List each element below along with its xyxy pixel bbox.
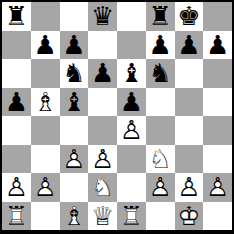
square-b7[interactable]: ♟ xyxy=(31,31,60,60)
square-a5[interactable]: ♟ xyxy=(2,88,31,117)
square-h3[interactable] xyxy=(203,145,232,174)
square-a2[interactable]: ♟♙ xyxy=(2,173,31,202)
square-e4[interactable]: ♟♙ xyxy=(117,116,146,145)
square-f8[interactable]: ♜ xyxy=(146,2,175,31)
square-c6[interactable]: ♞ xyxy=(60,59,89,88)
square-h6[interactable] xyxy=(203,59,232,88)
square-h7[interactable]: ♟ xyxy=(203,31,232,60)
square-h4[interactable] xyxy=(203,116,232,145)
square-g5[interactable] xyxy=(175,88,204,117)
square-b6[interactable] xyxy=(31,59,60,88)
white-pawn: ♙ xyxy=(175,173,204,202)
square-f3[interactable]: ♞♘ xyxy=(146,145,175,174)
square-g6[interactable] xyxy=(175,59,204,88)
square-f2[interactable]: ♟♙ xyxy=(146,173,175,202)
white-pawn: ♙ xyxy=(88,145,117,174)
square-b1[interactable] xyxy=(31,202,60,231)
black-pawn: ♟ xyxy=(31,31,60,60)
white-bishop: ♗ xyxy=(31,88,60,117)
square-d1[interactable]: ♛♕ xyxy=(88,202,117,231)
square-b2[interactable]: ♟♙ xyxy=(31,173,60,202)
square-c3[interactable]: ♟♙ xyxy=(60,145,89,174)
square-e1[interactable]: ♜♖ xyxy=(117,202,146,231)
square-g4[interactable] xyxy=(175,116,204,145)
black-pawn: ♟ xyxy=(117,88,146,117)
black-queen: ♛ xyxy=(88,2,117,31)
square-c2[interactable] xyxy=(60,173,89,202)
square-f5[interactable] xyxy=(146,88,175,117)
white-pawn: ♙ xyxy=(60,145,89,174)
square-f1[interactable] xyxy=(146,202,175,231)
white-knight: ♘ xyxy=(88,173,117,202)
chess-board: ♜♛♜♚♟♟♟♟♟♞♟♝♞♟♝♗♝♟♟♙♟♙♟♙♞♘♟♙♟♙♞♘♟♙♟♙♟♙♜♖… xyxy=(0,0,234,234)
white-pawn: ♙ xyxy=(117,116,146,145)
white-king: ♔ xyxy=(175,202,204,231)
square-c1[interactable]: ♝♗ xyxy=(60,202,89,231)
square-c4[interactable] xyxy=(60,116,89,145)
white-knight: ♘ xyxy=(146,145,175,174)
square-h5[interactable] xyxy=(203,88,232,117)
black-bishop: ♝ xyxy=(117,59,146,88)
black-knight: ♞ xyxy=(146,59,175,88)
black-pawn: ♟ xyxy=(203,31,232,60)
square-e5[interactable]: ♟ xyxy=(117,88,146,117)
square-d6[interactable]: ♟ xyxy=(88,59,117,88)
square-a8[interactable]: ♜ xyxy=(2,2,31,31)
white-queen: ♕ xyxy=(88,202,117,231)
black-pawn: ♟ xyxy=(146,31,175,60)
square-a1[interactable]: ♜♖ xyxy=(2,202,31,231)
white-pawn: ♙ xyxy=(2,173,31,202)
white-pawn: ♙ xyxy=(146,173,175,202)
square-a3[interactable] xyxy=(2,145,31,174)
black-bishop: ♝ xyxy=(60,88,89,117)
square-e3[interactable] xyxy=(117,145,146,174)
black-pawn: ♟ xyxy=(88,59,117,88)
square-c5[interactable]: ♝ xyxy=(60,88,89,117)
square-a7[interactable] xyxy=(2,31,31,60)
square-g8[interactable]: ♚ xyxy=(175,2,204,31)
square-d5[interactable] xyxy=(88,88,117,117)
square-g7[interactable]: ♟ xyxy=(175,31,204,60)
square-b8[interactable] xyxy=(31,2,60,31)
square-d8[interactable]: ♛ xyxy=(88,2,117,31)
square-e7[interactable] xyxy=(117,31,146,60)
square-d4[interactable] xyxy=(88,116,117,145)
square-c7[interactable]: ♟ xyxy=(60,31,89,60)
white-pawn: ♙ xyxy=(31,173,60,202)
square-b5[interactable]: ♝♗ xyxy=(31,88,60,117)
square-f7[interactable]: ♟ xyxy=(146,31,175,60)
chess-board-frame: ♜♛♜♚♟♟♟♟♟♞♟♝♞♟♝♗♝♟♟♙♟♙♟♙♞♘♟♙♟♙♞♘♟♙♟♙♟♙♜♖… xyxy=(0,0,234,234)
square-a4[interactable] xyxy=(2,116,31,145)
black-rook: ♜ xyxy=(2,2,31,31)
square-d3[interactable]: ♟♙ xyxy=(88,145,117,174)
square-a6[interactable] xyxy=(2,59,31,88)
square-f4[interactable] xyxy=(146,116,175,145)
square-g2[interactable]: ♟♙ xyxy=(175,173,204,202)
black-pawn: ♟ xyxy=(2,88,31,117)
square-h2[interactable]: ♟♙ xyxy=(203,173,232,202)
black-rook: ♜ xyxy=(146,2,175,31)
square-d2[interactable]: ♞♘ xyxy=(88,173,117,202)
black-pawn: ♟ xyxy=(60,31,89,60)
white-rook: ♖ xyxy=(2,202,31,231)
square-g1[interactable]: ♚♔ xyxy=(175,202,204,231)
square-e2[interactable] xyxy=(117,173,146,202)
square-f6[interactable]: ♞ xyxy=(146,59,175,88)
square-h8[interactable] xyxy=(203,2,232,31)
white-bishop: ♗ xyxy=(60,202,89,231)
black-knight: ♞ xyxy=(60,59,89,88)
white-pawn: ♙ xyxy=(203,173,232,202)
square-c8[interactable] xyxy=(60,2,89,31)
square-e8[interactable] xyxy=(117,2,146,31)
square-e6[interactable]: ♝ xyxy=(117,59,146,88)
square-d7[interactable] xyxy=(88,31,117,60)
white-rook: ♖ xyxy=(117,202,146,231)
black-king: ♚ xyxy=(175,2,204,31)
square-g3[interactable] xyxy=(175,145,204,174)
black-pawn: ♟ xyxy=(175,31,204,60)
square-b3[interactable] xyxy=(31,145,60,174)
square-h1[interactable] xyxy=(203,202,232,231)
square-b4[interactable] xyxy=(31,116,60,145)
